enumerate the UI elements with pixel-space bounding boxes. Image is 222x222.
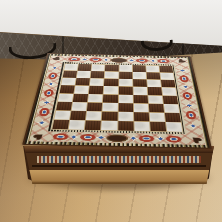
border-motif-star xyxy=(50,65,60,70)
box-inlay-strip xyxy=(37,156,200,163)
square-d2[interactable] xyxy=(102,112,117,121)
square-c6[interactable] xyxy=(90,79,104,86)
border-motif-eye xyxy=(139,135,155,142)
square-c8[interactable] xyxy=(92,64,105,71)
square-e7[interactable] xyxy=(119,72,132,79)
square-a3[interactable] xyxy=(56,102,72,111)
square-f1[interactable] xyxy=(134,122,150,132)
square-f5[interactable] xyxy=(133,87,147,95)
square-c7[interactable] xyxy=(91,71,105,78)
square-e1[interactable] xyxy=(118,121,133,131)
square-b1[interactable] xyxy=(69,120,85,130)
heart-icon: ♥ xyxy=(187,134,204,145)
border-motif-eye xyxy=(157,59,170,63)
square-c2[interactable] xyxy=(86,111,102,120)
border-motif-star xyxy=(148,59,157,63)
square-f8[interactable] xyxy=(133,65,146,72)
square-g3[interactable] xyxy=(149,104,164,113)
square-d6[interactable] xyxy=(104,79,118,86)
border-motif-eye xyxy=(68,57,81,61)
square-b6[interactable] xyxy=(76,78,90,85)
square-b4[interactable] xyxy=(73,94,88,102)
square-d8[interactable] xyxy=(105,65,118,72)
square-d4[interactable] xyxy=(103,94,117,102)
square-b8[interactable] xyxy=(78,64,92,71)
heart-icon: ♥ xyxy=(30,131,47,142)
square-a2[interactable] xyxy=(54,111,70,120)
border-motif-eye xyxy=(179,75,189,82)
border-motif-eye xyxy=(165,136,182,143)
border-motif-star xyxy=(41,99,52,105)
box-base-wood xyxy=(24,170,214,184)
photo-scene: ♥ ♥ ♥ ♥ xyxy=(0,0,222,222)
square-h4[interactable] xyxy=(163,96,178,104)
corner-heart-motif: ♥ xyxy=(187,134,206,145)
border-motif-star xyxy=(95,134,106,141)
square-a6[interactable] xyxy=(61,78,76,85)
border-motif-eye xyxy=(79,134,95,141)
border-motif-cartouche xyxy=(106,134,128,142)
box-midline xyxy=(32,165,207,167)
border-motif-star xyxy=(127,58,136,62)
border-motif-star xyxy=(68,134,80,141)
border-motif-cartouche xyxy=(110,58,127,63)
border-motif-star xyxy=(102,58,111,62)
square-d5[interactable] xyxy=(104,86,118,94)
square-f7[interactable] xyxy=(133,72,146,79)
square-e6[interactable] xyxy=(119,79,133,86)
corner-heart-motif: ♥ xyxy=(174,58,188,65)
border-motif-star xyxy=(46,82,56,87)
square-c3[interactable] xyxy=(87,102,102,111)
square-h2[interactable] xyxy=(165,113,181,122)
square-g1[interactable] xyxy=(150,122,166,132)
border-motif-star xyxy=(155,135,166,142)
square-h1[interactable] xyxy=(166,122,182,132)
square-b5[interactable] xyxy=(74,86,89,94)
square-e5[interactable] xyxy=(119,87,133,95)
square-b3[interactable] xyxy=(72,102,88,111)
border-motif-eye xyxy=(43,89,54,97)
heart-icon: ♥ xyxy=(50,56,63,63)
square-a7[interactable] xyxy=(63,71,77,78)
square-b7[interactable] xyxy=(77,71,91,78)
border-motif-eye xyxy=(185,111,197,120)
square-d1[interactable] xyxy=(101,121,117,131)
chess-board: ♥ ♥ ♥ ♥ xyxy=(22,53,212,149)
border-motif-eye xyxy=(38,108,50,117)
square-c5[interactable] xyxy=(89,86,103,94)
heart-icon: ♥ xyxy=(174,58,187,65)
corner-heart-motif: ♥ xyxy=(49,56,64,63)
square-g8[interactable] xyxy=(146,66,159,73)
square-c1[interactable] xyxy=(85,121,101,131)
border-motif-star xyxy=(178,68,188,73)
square-a8[interactable] xyxy=(64,64,78,71)
square-a5[interactable] xyxy=(60,86,75,94)
square-f3[interactable] xyxy=(134,103,149,112)
square-f2[interactable] xyxy=(134,112,149,121)
border-motif-eye xyxy=(52,133,69,140)
square-f4[interactable] xyxy=(133,95,147,103)
border-motif-eye xyxy=(182,92,193,100)
square-g6[interactable] xyxy=(147,80,161,87)
square-h6[interactable] xyxy=(161,80,175,87)
border-motif-star xyxy=(80,57,89,61)
board-perspective-wrap: ♥ ♥ ♥ ♥ xyxy=(22,0,216,149)
border-motif-star xyxy=(187,123,199,129)
square-e2[interactable] xyxy=(118,112,133,121)
square-a4[interactable] xyxy=(58,93,73,101)
square-h8[interactable] xyxy=(159,66,173,73)
square-b2[interactable] xyxy=(70,111,86,120)
square-g5[interactable] xyxy=(147,87,161,95)
square-d7[interactable] xyxy=(105,72,118,79)
square-e3[interactable] xyxy=(118,103,133,112)
box-side-front xyxy=(24,146,214,184)
border-motif-star xyxy=(184,102,195,108)
square-h5[interactable] xyxy=(162,88,177,96)
border-motif-star xyxy=(36,120,48,126)
corner-heart-motif: ♥ xyxy=(29,131,48,142)
square-g4[interactable] xyxy=(148,95,163,103)
border-motif-eye xyxy=(89,57,102,61)
square-g2[interactable] xyxy=(149,113,165,122)
border-motif-eye xyxy=(48,72,59,79)
border-motif-eye xyxy=(136,58,149,62)
square-f6[interactable] xyxy=(133,79,147,86)
square-e4[interactable] xyxy=(118,95,132,103)
border-motif-star xyxy=(128,135,139,142)
square-h3[interactable] xyxy=(164,104,180,113)
square-h7[interactable] xyxy=(160,73,174,80)
square-a1[interactable] xyxy=(52,120,69,130)
square-c4[interactable] xyxy=(88,94,103,102)
border-motif-star xyxy=(181,84,191,89)
square-d3[interactable] xyxy=(103,103,118,112)
square-g7[interactable] xyxy=(146,72,160,79)
board-grid xyxy=(52,64,182,132)
square-e8[interactable] xyxy=(119,65,132,72)
